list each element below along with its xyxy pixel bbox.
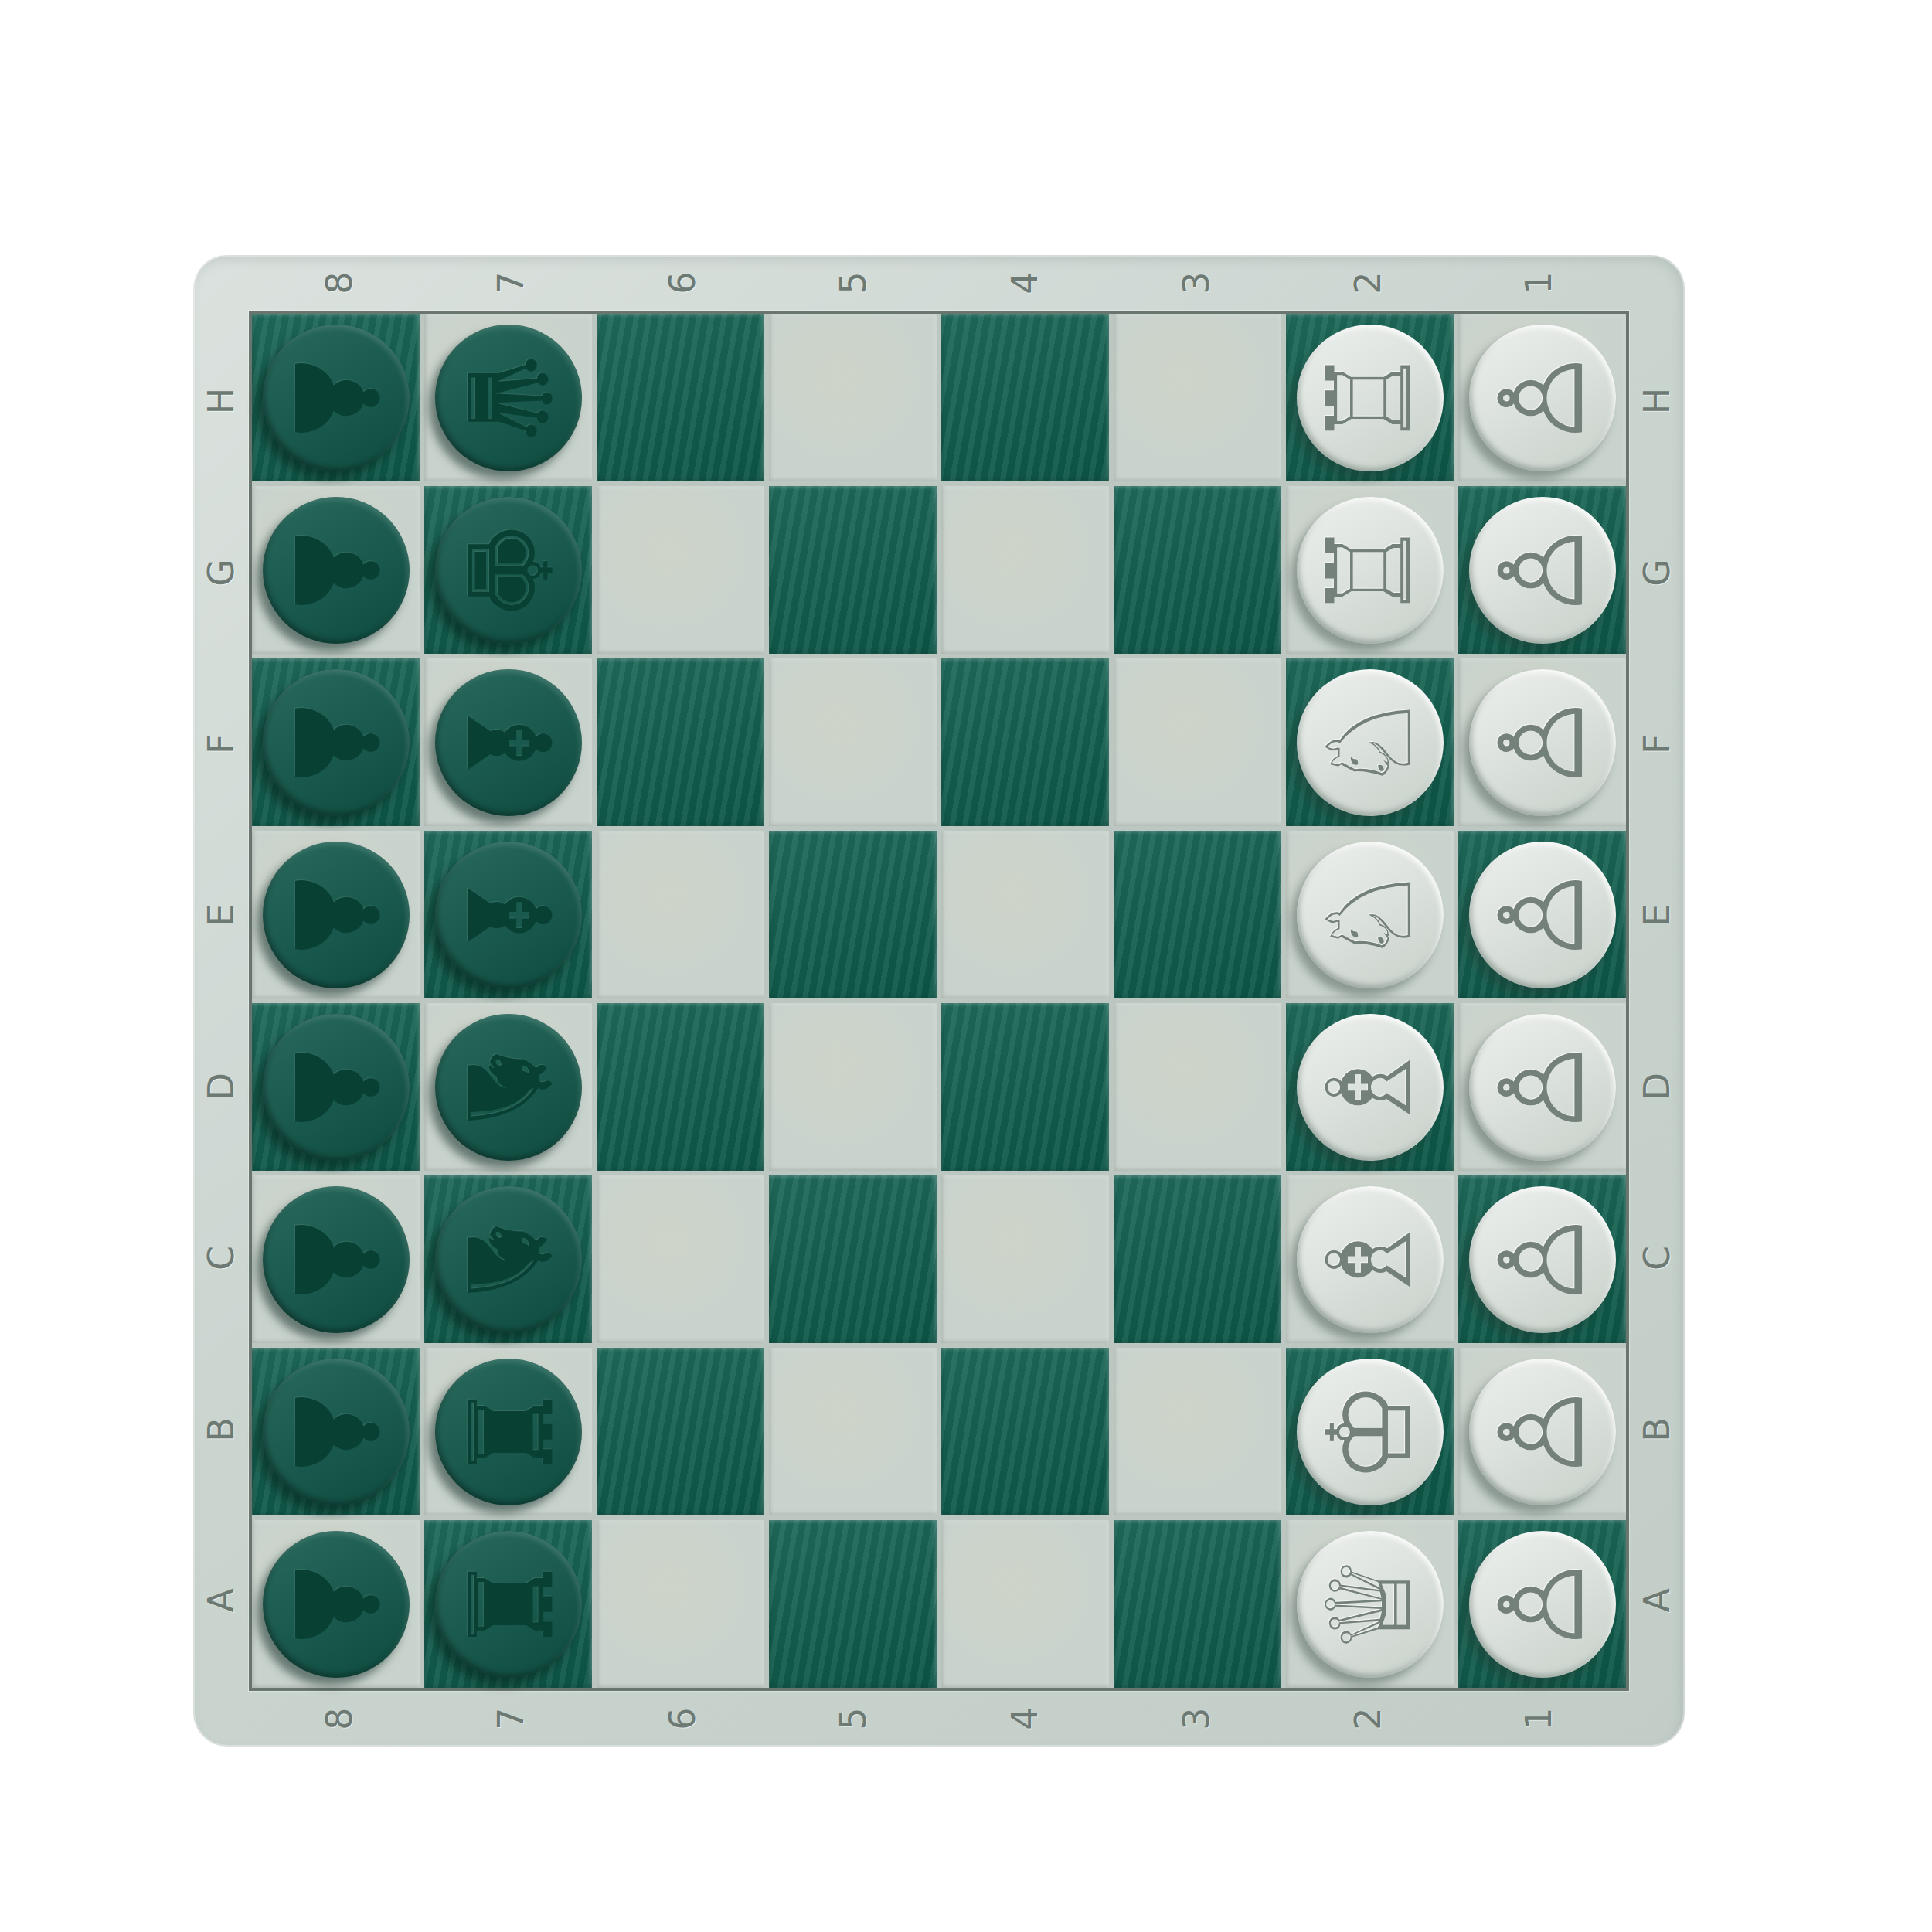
piece-white-knight-e2[interactable]: ♘ bbox=[1297, 842, 1444, 988]
piece-green-pawn-d8[interactable]: ♟ bbox=[263, 1014, 410, 1161]
square-h4[interactable] bbox=[941, 314, 1109, 481]
board-grid: ♟♛♖♙♟♚♖♙♟♝♘♙♟♝♘♙♟♞♗♙♟♞♗♙♟♜♔♙♟♜♕♙ bbox=[249, 311, 1629, 1691]
chess-piece-glyph: ♗ bbox=[1311, 1207, 1427, 1311]
piece-green-pawn-b8[interactable]: ♟ bbox=[263, 1359, 410, 1505]
square-c5[interactable] bbox=[769, 1175, 937, 1343]
chess-piece-glyph: ♞ bbox=[450, 1207, 566, 1311]
square-g4[interactable] bbox=[941, 486, 1109, 654]
square-h2[interactable]: ♖ bbox=[1286, 314, 1454, 481]
piece-white-pawn-f1[interactable]: ♙ bbox=[1469, 669, 1616, 816]
chess-piece-glyph: ♙ bbox=[1484, 1207, 1600, 1311]
piece-green-pawn-f8[interactable]: ♟ bbox=[263, 669, 410, 816]
piece-white-pawn-d1[interactable]: ♙ bbox=[1469, 1014, 1616, 1161]
square-d7[interactable]: ♞ bbox=[424, 1003, 592, 1171]
square-g2[interactable]: ♖ bbox=[1286, 486, 1454, 654]
chess-piece-glyph: ♗ bbox=[1311, 1035, 1427, 1138]
chess-piece-glyph: ♟ bbox=[277, 690, 393, 794]
square-b3[interactable] bbox=[1114, 1348, 1281, 1515]
square-a2[interactable]: ♕ bbox=[1286, 1520, 1454, 1688]
square-b4[interactable] bbox=[941, 1348, 1109, 1515]
square-h1[interactable]: ♙ bbox=[1458, 314, 1626, 481]
chess-piece-glyph: ♟ bbox=[277, 518, 393, 621]
square-d3[interactable] bbox=[1114, 1003, 1281, 1171]
square-c7[interactable]: ♞ bbox=[424, 1175, 592, 1343]
square-d5[interactable] bbox=[769, 1003, 937, 1171]
chess-piece-glyph: ♙ bbox=[1484, 690, 1600, 794]
square-b2[interactable]: ♔ bbox=[1286, 1348, 1454, 1515]
chess-piece-glyph: ♙ bbox=[1484, 518, 1600, 621]
piece-white-queen-a2[interactable]: ♕ bbox=[1297, 1531, 1444, 1678]
square-f5[interactable] bbox=[769, 658, 937, 826]
chess-piece-glyph: ♟ bbox=[277, 1035, 393, 1138]
square-f8[interactable]: ♟ bbox=[252, 658, 420, 826]
square-a4[interactable] bbox=[941, 1520, 1109, 1688]
square-h7[interactable]: ♛ bbox=[424, 314, 592, 481]
piece-white-pawn-h1[interactable]: ♙ bbox=[1469, 325, 1616, 471]
piece-white-bishop-d2[interactable]: ♗ bbox=[1297, 1014, 1444, 1161]
square-c2[interactable]: ♗ bbox=[1286, 1175, 1454, 1343]
chess-piece-glyph: ♝ bbox=[450, 862, 566, 966]
chess-piece-glyph: ♟ bbox=[277, 862, 393, 966]
square-f2[interactable]: ♘ bbox=[1286, 658, 1454, 826]
square-b6[interactable] bbox=[597, 1348, 764, 1515]
square-c1[interactable]: ♙ bbox=[1458, 1175, 1626, 1343]
chess-piece-glyph: ♟ bbox=[277, 1207, 393, 1311]
rank-labels-top: 87654321 bbox=[253, 255, 1624, 311]
square-a3[interactable] bbox=[1114, 1520, 1281, 1688]
chess-piece-glyph: ♙ bbox=[1484, 1379, 1600, 1483]
chess-piece-glyph: ♛ bbox=[450, 345, 566, 449]
chess-piece-glyph: ♝ bbox=[450, 690, 566, 794]
square-e5[interactable] bbox=[769, 831, 937, 998]
square-e7[interactable]: ♝ bbox=[424, 831, 592, 998]
square-e8[interactable]: ♟ bbox=[252, 831, 420, 998]
file-labels-left: HGFEDCBA bbox=[193, 315, 249, 1686]
square-d4[interactable] bbox=[941, 1003, 1109, 1171]
chess-piece-glyph: ♚ bbox=[450, 518, 566, 621]
piece-green-pawn-h8[interactable]: ♟ bbox=[263, 325, 410, 471]
chess-piece-glyph: ♖ bbox=[1311, 518, 1427, 621]
piece-green-knight-d7[interactable]: ♞ bbox=[435, 1014, 582, 1161]
piece-white-pawn-g1[interactable]: ♙ bbox=[1469, 497, 1616, 644]
square-g1[interactable]: ♙ bbox=[1458, 486, 1626, 654]
piece-green-king-g7[interactable]: ♚ bbox=[435, 497, 582, 644]
chess-piece-glyph: ♟ bbox=[277, 1552, 393, 1655]
square-a8[interactable]: ♟ bbox=[252, 1520, 420, 1688]
square-e1[interactable]: ♙ bbox=[1458, 831, 1626, 998]
chess-piece-glyph: ♕ bbox=[1311, 1552, 1427, 1655]
square-d6[interactable] bbox=[597, 1003, 764, 1171]
square-d2[interactable]: ♗ bbox=[1286, 1003, 1454, 1171]
piece-green-bishop-f7[interactable]: ♝ bbox=[435, 669, 582, 816]
square-g8[interactable]: ♟ bbox=[252, 486, 420, 654]
chess-board: 87654321 87654321 HGFEDCBA HGFEDCBA ♟♛♖♙… bbox=[193, 255, 1685, 1747]
square-g7[interactable]: ♚ bbox=[424, 486, 592, 654]
chess-piece-glyph: ♜ bbox=[450, 1379, 566, 1483]
piece-white-knight-f2[interactable]: ♘ bbox=[1297, 669, 1444, 816]
chess-piece-glyph: ♙ bbox=[1484, 1552, 1600, 1655]
square-c6[interactable] bbox=[597, 1175, 764, 1343]
piece-green-queen-h7[interactable]: ♛ bbox=[435, 325, 582, 471]
square-a5[interactable] bbox=[769, 1520, 937, 1688]
piece-white-pawn-b1[interactable]: ♙ bbox=[1469, 1359, 1616, 1505]
chess-piece-glyph: ♙ bbox=[1484, 345, 1600, 449]
square-h5[interactable] bbox=[769, 314, 937, 481]
chess-piece-glyph: ♖ bbox=[1311, 345, 1427, 449]
square-g6[interactable] bbox=[597, 486, 764, 654]
square-c4[interactable] bbox=[941, 1175, 1109, 1343]
chess-piece-glyph: ♜ bbox=[450, 1552, 566, 1655]
square-g5[interactable] bbox=[769, 486, 937, 654]
square-f1[interactable]: ♙ bbox=[1458, 658, 1626, 826]
square-e4[interactable] bbox=[941, 831, 1109, 998]
piece-green-rook-b7[interactable]: ♜ bbox=[435, 1359, 582, 1505]
square-a1[interactable]: ♙ bbox=[1458, 1520, 1626, 1688]
square-a6[interactable] bbox=[597, 1520, 764, 1688]
square-b7[interactable]: ♜ bbox=[424, 1348, 592, 1515]
square-d1[interactable]: ♙ bbox=[1458, 1003, 1626, 1171]
chess-piece-glyph: ♟ bbox=[277, 1379, 393, 1483]
file-labels-right: HGFEDCBA bbox=[1629, 315, 1685, 1686]
square-b8[interactable]: ♟ bbox=[252, 1348, 420, 1515]
piece-white-pawn-a1[interactable]: ♙ bbox=[1469, 1531, 1616, 1678]
chess-piece-glyph: ♘ bbox=[1311, 862, 1427, 966]
piece-white-pawn-c1[interactable]: ♙ bbox=[1469, 1186, 1616, 1333]
chess-piece-glyph: ♙ bbox=[1484, 862, 1600, 966]
piece-green-pawn-a8[interactable]: ♟ bbox=[263, 1531, 410, 1678]
chess-piece-glyph: ♟ bbox=[277, 345, 393, 449]
square-e6[interactable] bbox=[597, 831, 764, 998]
piece-white-rook-g2[interactable]: ♖ bbox=[1297, 497, 1444, 644]
square-c8[interactable]: ♟ bbox=[252, 1175, 420, 1343]
square-a7[interactable]: ♜ bbox=[424, 1520, 592, 1688]
square-h3[interactable] bbox=[1114, 314, 1281, 481]
square-f4[interactable] bbox=[941, 658, 1109, 826]
square-d8[interactable]: ♟ bbox=[252, 1003, 420, 1171]
square-c3[interactable] bbox=[1114, 1175, 1281, 1343]
square-f6[interactable] bbox=[597, 658, 764, 826]
square-g3[interactable] bbox=[1114, 486, 1281, 654]
piece-white-rook-h2[interactable]: ♖ bbox=[1297, 325, 1444, 471]
chess-piece-glyph: ♙ bbox=[1484, 1035, 1600, 1138]
piece-green-bishop-e7[interactable]: ♝ bbox=[435, 842, 582, 988]
piece-green-pawn-g8[interactable]: ♟ bbox=[263, 497, 410, 644]
square-f7[interactable]: ♝ bbox=[424, 658, 592, 826]
piece-white-pawn-e1[interactable]: ♙ bbox=[1469, 842, 1616, 988]
square-e3[interactable] bbox=[1114, 831, 1281, 998]
piece-green-pawn-c8[interactable]: ♟ bbox=[263, 1186, 410, 1333]
chess-piece-glyph: ♘ bbox=[1311, 690, 1427, 794]
square-b1[interactable]: ♙ bbox=[1458, 1348, 1626, 1515]
rank-labels-bottom: 87654321 bbox=[253, 1691, 1624, 1747]
square-b5[interactable] bbox=[769, 1348, 937, 1515]
piece-white-king-b2[interactable]: ♔ bbox=[1297, 1359, 1444, 1505]
piece-green-pawn-e8[interactable]: ♟ bbox=[263, 842, 410, 988]
piece-green-rook-a7[interactable]: ♜ bbox=[435, 1531, 582, 1678]
square-f3[interactable] bbox=[1114, 658, 1281, 826]
chess-piece-glyph: ♔ bbox=[1311, 1379, 1427, 1483]
piece-green-knight-c7[interactable]: ♞ bbox=[435, 1186, 582, 1333]
piece-white-bishop-c2[interactable]: ♗ bbox=[1297, 1186, 1444, 1333]
square-h6[interactable] bbox=[597, 314, 764, 481]
chess-piece-glyph: ♞ bbox=[450, 1035, 566, 1138]
square-h8[interactable]: ♟ bbox=[252, 314, 420, 481]
square-e2[interactable]: ♘ bbox=[1286, 831, 1454, 998]
photo-canvas: 87654321 87654321 HGFEDCBA HGFEDCBA ♟♛♖♙… bbox=[0, 0, 1932, 1932]
